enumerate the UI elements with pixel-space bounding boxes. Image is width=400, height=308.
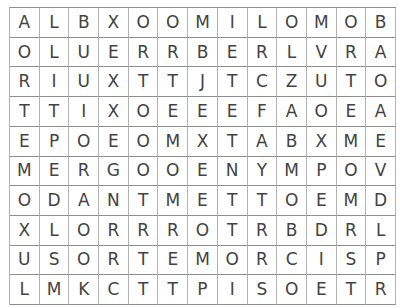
grid-cell-r6c13[interactable]: V — [366, 157, 396, 187]
grid-cell-r5c8[interactable]: T — [218, 127, 248, 157]
grid-cell-r3c13[interactable]: O — [366, 67, 396, 97]
grid-cell-r3c6[interactable]: T — [158, 67, 188, 97]
grid-cell-r3c8[interactable]: T — [218, 67, 248, 97]
grid-cell-r4c7[interactable]: E — [188, 97, 218, 127]
grid-cell-r5c13[interactable]: E — [366, 127, 396, 157]
grid-cell-r6c7[interactable]: E — [188, 157, 218, 187]
grid-cell-r2c3[interactable]: U — [69, 38, 99, 68]
grid-cell-r7c13[interactable]: D — [366, 186, 396, 216]
grid-cell-r10c4[interactable]: C — [99, 275, 129, 305]
grid-cell-r2c10[interactable]: L — [277, 38, 307, 68]
grid-cell-r1c4[interactable]: X — [99, 8, 129, 38]
grid-cell-r5c10[interactable]: B — [277, 127, 307, 157]
grid-cell-r8c8[interactable]: T — [218, 216, 248, 246]
grid-cell-r3c11[interactable]: U — [307, 67, 337, 97]
grid-cell-r9c3[interactable]: O — [69, 246, 99, 276]
grid-cell-r10c7[interactable]: P — [188, 275, 218, 305]
grid-cell-r6c3[interactable]: R — [69, 157, 99, 187]
grid-cell-r7c2[interactable]: D — [40, 186, 70, 216]
grid-cell-r9c9[interactable]: R — [248, 246, 278, 276]
grid-cell-r6c10[interactable]: M — [277, 157, 307, 187]
grid-cell-r10c13[interactable]: R — [366, 275, 396, 305]
grid-cell-r1c9[interactable]: L — [248, 8, 278, 38]
grid-cell-r1c7[interactable]: M — [188, 8, 218, 38]
grid-cell-r3c10[interactable]: Z — [277, 67, 307, 97]
grid-cell-r7c12[interactable]: M — [337, 186, 367, 216]
grid-cell-r7c8[interactable]: T — [218, 186, 248, 216]
grid-cell-r10c2[interactable]: M — [40, 275, 70, 305]
grid-cell-r10c3[interactable]: K — [69, 275, 99, 305]
grid-cell-r6c4[interactable]: G — [99, 157, 129, 187]
grid-cell-r2c6[interactable]: R — [158, 38, 188, 68]
grid-cell-r6c6[interactable]: O — [158, 157, 188, 187]
grid-cell-r10c12[interactable]: T — [337, 275, 367, 305]
grid-cell-r9c6[interactable]: E — [158, 246, 188, 276]
grid-cell-r5c11[interactable]: X — [307, 127, 337, 157]
grid-cell-r7c4[interactable]: N — [99, 186, 129, 216]
grid-cell-r4c4[interactable]: X — [99, 97, 129, 127]
word-search-grid: ALBXOOMILOMOBOLUERRBERLVRARIUXTTJTCZUTOT… — [9, 7, 396, 305]
grid-cell-r8c7[interactable]: O — [188, 216, 218, 246]
grid-cell-r4c1[interactable]: T — [10, 97, 40, 127]
grid-cell-r9c13[interactable]: P — [366, 246, 396, 276]
grid-cell-r8c13[interactable]: L — [366, 216, 396, 246]
grid-cell-r8c10[interactable]: B — [277, 216, 307, 246]
grid-cell-r4c5[interactable]: O — [129, 97, 159, 127]
grid-cell-r7c9[interactable]: T — [248, 186, 278, 216]
grid-cell-r4c9[interactable]: F — [248, 97, 278, 127]
grid-cell-r2c4[interactable]: E — [99, 38, 129, 68]
grid-cell-r8c1[interactable]: X — [10, 216, 40, 246]
grid-cell-r10c8[interactable]: I — [218, 275, 248, 305]
grid-cell-r3c5[interactable]: T — [129, 67, 159, 97]
grid-cell-r6c9[interactable]: Y — [248, 157, 278, 187]
grid-cell-r8c3[interactable]: O — [69, 216, 99, 246]
grid-cell-r5c3[interactable]: O — [69, 127, 99, 157]
grid-cell-r6c12[interactable]: O — [337, 157, 367, 187]
grid-cell-r3c7[interactable]: J — [188, 67, 218, 97]
grid-cell-r9c2[interactable]: S — [40, 246, 70, 276]
grid-cell-r9c8[interactable]: O — [218, 246, 248, 276]
grid-cell-r9c5[interactable]: T — [129, 246, 159, 276]
grid-cell-r9c11[interactable]: I — [307, 246, 337, 276]
grid-cell-r6c5[interactable]: O — [129, 157, 159, 187]
grid-cell-r6c1[interactable]: M — [10, 157, 40, 187]
grid-cell-r1c10[interactable]: O — [277, 8, 307, 38]
grid-cell-r7c6[interactable]: M — [158, 186, 188, 216]
grid-cell-r7c3[interactable]: A — [69, 186, 99, 216]
grid-cell-r1c3[interactable]: B — [69, 8, 99, 38]
grid-cell-r7c5[interactable]: T — [129, 186, 159, 216]
grid-cell-r1c6[interactable]: O — [158, 8, 188, 38]
grid-cell-r6c2[interactable]: E — [40, 157, 70, 187]
grid-cell-r9c1[interactable]: U — [10, 246, 40, 276]
grid-cell-r8c2[interactable]: L — [40, 216, 70, 246]
grid-cell-r4c8[interactable]: E — [218, 97, 248, 127]
grid-cell-r8c12[interactable]: R — [337, 216, 367, 246]
grid-cell-r2c13[interactable]: A — [366, 38, 396, 68]
grid-cell-r6c8[interactable]: N — [218, 157, 248, 187]
grid-cell-r3c4[interactable]: X — [99, 67, 129, 97]
grid-cell-r1c1[interactable]: A — [10, 8, 40, 38]
grid-cell-r4c10[interactable]: A — [277, 97, 307, 127]
grid-cell-r2c12[interactable]: R — [337, 38, 367, 68]
grid-cell-r2c9[interactable]: R — [248, 38, 278, 68]
grid-cell-r5c7[interactable]: X — [188, 127, 218, 157]
grid-cell-r9c12[interactable]: S — [337, 246, 367, 276]
grid-cell-r8c6[interactable]: R — [158, 216, 188, 246]
grid-cell-r5c9[interactable]: A — [248, 127, 278, 157]
grid-cell-r7c10[interactable]: O — [277, 186, 307, 216]
grid-cell-r10c6[interactable]: T — [158, 275, 188, 305]
grid-cell-r7c7[interactable]: E — [188, 186, 218, 216]
grid-cell-r1c2[interactable]: L — [40, 8, 70, 38]
grid-cell-r10c9[interactable]: S — [248, 275, 278, 305]
grid-cell-r3c3[interactable]: U — [69, 67, 99, 97]
grid-cell-r2c1[interactable]: O — [10, 38, 40, 68]
grid-cell-r9c10[interactable]: C — [277, 246, 307, 276]
grid-cell-r3c2[interactable]: I — [40, 67, 70, 97]
grid-cell-r3c12[interactable]: T — [337, 67, 367, 97]
grid-cell-r4c11[interactable]: O — [307, 97, 337, 127]
grid-cell-r5c2[interactable]: P — [40, 127, 70, 157]
grid-cell-r7c1[interactable]: O — [10, 186, 40, 216]
grid-cell-r5c5[interactable]: O — [129, 127, 159, 157]
grid-cell-r10c1[interactable]: L — [10, 275, 40, 305]
grid-cell-r8c11[interactable]: D — [307, 216, 337, 246]
grid-cell-r5c1[interactable]: E — [10, 127, 40, 157]
grid-cell-r2c5[interactable]: R — [129, 38, 159, 68]
grid-cell-r8c9[interactable]: R — [248, 216, 278, 246]
grid-cell-r2c7[interactable]: B — [188, 38, 218, 68]
grid-cell-r2c8[interactable]: E — [218, 38, 248, 68]
grid-cell-r2c11[interactable]: V — [307, 38, 337, 68]
grid-cell-r1c11[interactable]: M — [307, 8, 337, 38]
grid-cell-r9c7[interactable]: M — [188, 246, 218, 276]
grid-cell-r3c9[interactable]: C — [248, 67, 278, 97]
grid-cell-r1c5[interactable]: O — [129, 8, 159, 38]
grid-cell-r7c11[interactable]: E — [307, 186, 337, 216]
grid-cell-r8c5[interactable]: R — [129, 216, 159, 246]
grid-cell-r4c6[interactable]: E — [158, 97, 188, 127]
grid-cell-r3c1[interactable]: R — [10, 67, 40, 97]
grid-cell-r1c8[interactable]: I — [218, 8, 248, 38]
grid-cell-r2c2[interactable]: L — [40, 38, 70, 68]
grid-cell-r8c4[interactable]: R — [99, 216, 129, 246]
grid-cell-r5c12[interactable]: M — [337, 127, 367, 157]
grid-cell-r1c12[interactable]: O — [337, 8, 367, 38]
grid-cell-r9c4[interactable]: R — [99, 246, 129, 276]
grid-cell-r5c6[interactable]: M — [158, 127, 188, 157]
grid-cell-r10c5[interactable]: T — [129, 275, 159, 305]
grid-cell-r4c12[interactable]: E — [337, 97, 367, 127]
grid-cell-r10c11[interactable]: E — [307, 275, 337, 305]
grid-cell-r1c13[interactable]: B — [366, 8, 396, 38]
grid-cell-r6c11[interactable]: P — [307, 157, 337, 187]
grid-cell-r4c2[interactable]: T — [40, 97, 70, 127]
grid-cell-r4c13[interactable]: A — [366, 97, 396, 127]
grid-cell-r4c3[interactable]: I — [69, 97, 99, 127]
grid-cell-r5c4[interactable]: E — [99, 127, 129, 157]
grid-cell-r10c10[interactable]: O — [277, 275, 307, 305]
